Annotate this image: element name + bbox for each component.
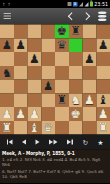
square-a2[interactable]: ♟ xyxy=(0,107,14,121)
white-rook: ♜ xyxy=(1,121,12,135)
square-g1[interactable] xyxy=(83,121,97,135)
square-f5[interactable] xyxy=(69,66,83,80)
square-h7[interactable]: ♟ xyxy=(96,38,110,52)
square-e4[interactable] xyxy=(55,80,69,94)
status-bar: ↑ ↑ 1 23:51 xyxy=(0,0,110,8)
status-badge-icon: 1 xyxy=(73,2,78,7)
skip-to-end-icon xyxy=(67,140,71,145)
white-king: ♚ xyxy=(70,107,81,121)
square-c5[interactable] xyxy=(28,66,42,80)
step-forward-icon xyxy=(54,140,58,145)
square-g3[interactable]: ♟ xyxy=(83,93,97,107)
square-c7[interactable] xyxy=(28,38,42,52)
status-notification-area: ↑ ↑ xyxy=(2,2,11,7)
step-back-button[interactable] xyxy=(22,140,26,145)
app-window: ↑ ↑ 1 23:51 ♚♜♟♟♛♟♟♟♞♟♜♞♟♝♟♟♟♚♟♜♝♛♜ ↻★ M… xyxy=(0,0,110,183)
battery-icon xyxy=(90,2,93,7)
square-c2[interactable]: ♟ xyxy=(28,107,42,121)
square-g2[interactable] xyxy=(83,107,97,121)
black-queen: ♛ xyxy=(56,38,67,52)
white-pawn: ♟ xyxy=(29,107,40,121)
favorite-icon: ★ xyxy=(97,139,103,146)
black-pawn: ♟ xyxy=(1,38,12,52)
square-b1[interactable] xyxy=(14,121,28,135)
square-e6[interactable] xyxy=(55,52,69,66)
square-b8[interactable] xyxy=(14,25,28,39)
black-pawn: ♟ xyxy=(98,38,109,52)
white-pawn: ♟ xyxy=(98,107,109,121)
action-bar xyxy=(0,8,110,25)
white-queen: ♛ xyxy=(43,121,54,135)
square-d4[interactable]: ♟ xyxy=(41,80,55,94)
database-button[interactable] xyxy=(98,11,107,21)
status-app-icon xyxy=(67,2,71,6)
square-e2[interactable] xyxy=(55,107,69,121)
step-forward-icon xyxy=(49,140,53,145)
black-pawn: ♟ xyxy=(84,52,95,66)
square-g6[interactable]: ♟ xyxy=(83,52,97,66)
favorite-button[interactable]: ★ xyxy=(97,139,103,146)
square-f4[interactable] xyxy=(69,80,83,94)
status-system-area: 1 23:51 xyxy=(67,1,108,7)
black-bishop: ♝ xyxy=(98,93,109,107)
square-g8[interactable] xyxy=(83,25,97,39)
square-g5[interactable] xyxy=(83,66,97,80)
skip-to-start-icon xyxy=(9,140,13,145)
black-pawn: ♟ xyxy=(43,80,54,94)
black-pawn: ♟ xyxy=(15,38,26,52)
square-a7[interactable]: ♟ xyxy=(0,38,14,52)
white-pawn: ♟ xyxy=(84,93,95,107)
square-d8[interactable] xyxy=(41,25,55,39)
square-c4[interactable] xyxy=(28,80,42,94)
square-f2[interactable]: ♚ xyxy=(69,107,83,121)
square-f1[interactable] xyxy=(69,121,83,135)
playback-toolbar: ↻★ xyxy=(0,135,110,150)
skip-to-start-button[interactable] xyxy=(7,140,13,145)
black-pawn: ♟ xyxy=(29,52,40,66)
square-b6[interactable] xyxy=(14,52,28,66)
square-a4[interactable] xyxy=(0,80,14,94)
black-rook: ♜ xyxy=(56,93,67,107)
menu-button[interactable] xyxy=(4,13,12,19)
white-bishop: ♝ xyxy=(29,121,40,135)
step-back-icon xyxy=(22,140,26,145)
wifi-signal-icon xyxy=(84,2,88,7)
square-f6[interactable] xyxy=(69,52,83,66)
status-clock: 23:51 xyxy=(94,1,108,7)
black-rook: ♜ xyxy=(70,25,81,39)
game-info-panel: Meek, A - Morphy, P, 1855, 0-1 1. e4 e5 … xyxy=(0,150,110,184)
square-d1[interactable]: ♛ xyxy=(41,121,55,135)
square-c1[interactable]: ♝ xyxy=(28,121,42,135)
white-pawn: ♟ xyxy=(1,107,12,121)
square-g4[interactable] xyxy=(83,80,97,94)
square-b4[interactable] xyxy=(14,80,28,94)
chess-board[interactable]: ♚♜♟♟♛♟♟♟♞♟♜♞♟♝♟♟♟♚♟♜♝♛♜ xyxy=(0,25,110,135)
square-d2[interactable] xyxy=(41,107,55,121)
square-e1[interactable] xyxy=(55,121,69,135)
square-b3[interactable] xyxy=(14,93,28,107)
square-h1[interactable]: ♜ xyxy=(96,121,110,135)
square-f8[interactable]: ♜ xyxy=(69,25,83,39)
square-c6[interactable]: ♟ xyxy=(28,52,42,66)
square-h6[interactable] xyxy=(96,52,110,66)
notification-icon: ↑ xyxy=(2,2,6,7)
move-list-line-2[interactable]: 6. Nxf7 Nxf7 7. Bxf7+ Kxf7 8. Qh5+ g6 9.… xyxy=(2,170,108,180)
square-b2[interactable]: ♟ xyxy=(14,107,28,121)
step-forward-button[interactable] xyxy=(49,140,58,145)
square-d7[interactable] xyxy=(41,38,55,52)
square-d6[interactable] xyxy=(41,52,55,66)
square-a6[interactable] xyxy=(0,52,14,66)
previous-game-button[interactable] xyxy=(68,12,76,20)
square-c8[interactable] xyxy=(28,25,42,39)
square-e5[interactable] xyxy=(55,66,69,80)
square-h4[interactable] xyxy=(96,80,110,94)
play-icon xyxy=(36,140,40,145)
next-game-button[interactable] xyxy=(82,12,90,20)
square-b5[interactable] xyxy=(14,66,28,80)
signal-strength-icon xyxy=(79,2,83,7)
square-f7[interactable] xyxy=(69,38,83,52)
black-knight: ♞ xyxy=(1,66,12,80)
square-a3[interactable] xyxy=(0,93,14,107)
play-button[interactable] xyxy=(36,140,40,145)
skip-to-end-icon xyxy=(72,140,73,145)
square-a5[interactable]: ♞ xyxy=(0,66,14,80)
square-e8[interactable]: ♚ xyxy=(55,25,69,39)
move-list-line-1[interactable]: 1. e4 e5 2. Nf3 Nc6 3. d4 exd4 4. Bc4 Bc… xyxy=(2,157,108,167)
skip-to-end-button[interactable] xyxy=(67,140,73,145)
square-f3[interactable]: ♞ xyxy=(69,93,83,107)
white-knight: ♞ xyxy=(70,93,81,107)
square-e7[interactable]: ♛ xyxy=(55,38,69,52)
square-h8[interactable] xyxy=(96,25,110,39)
square-d5[interactable] xyxy=(41,66,55,80)
black-king: ♚ xyxy=(56,25,67,39)
flip-board-button[interactable]: ↻ xyxy=(82,139,87,146)
square-d3[interactable] xyxy=(41,93,55,107)
square-c3[interactable] xyxy=(28,93,42,107)
square-b7[interactable]: ♟ xyxy=(14,38,28,52)
square-a8[interactable] xyxy=(0,25,14,39)
square-h5[interactable] xyxy=(96,66,110,80)
notification-icon: ↑ xyxy=(7,2,11,7)
flip-board-icon: ↻ xyxy=(82,139,87,146)
square-e3[interactable]: ♜ xyxy=(55,93,69,107)
square-a1[interactable]: ♜ xyxy=(0,121,14,135)
square-g7[interactable] xyxy=(83,38,97,52)
game-header: Meek, A - Morphy, P, 1855, 0-1 xyxy=(2,151,108,156)
white-rook: ♜ xyxy=(98,121,109,135)
square-h3[interactable]: ♝ xyxy=(96,93,110,107)
white-pawn: ♟ xyxy=(15,107,26,121)
square-h2[interactable]: ♟ xyxy=(96,107,110,121)
